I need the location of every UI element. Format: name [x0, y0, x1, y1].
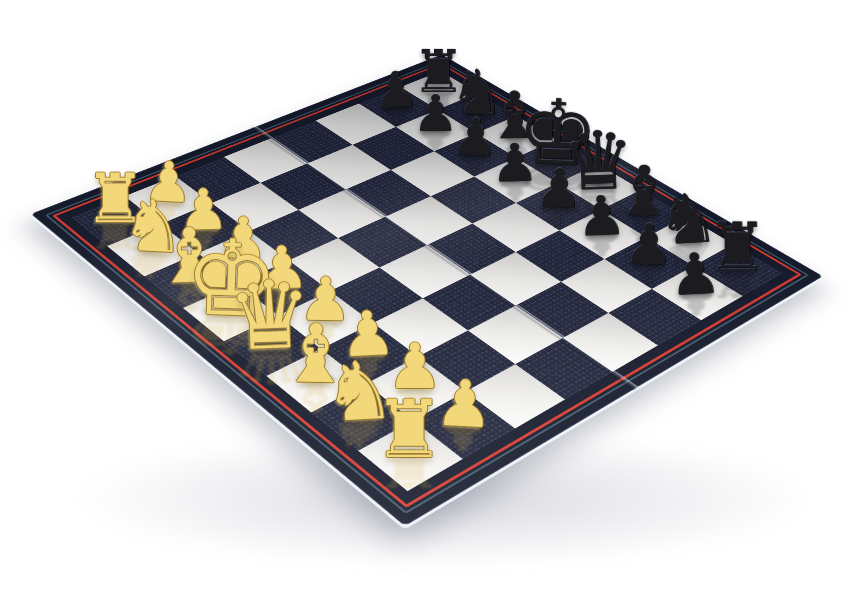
piece-white-rook-h1[interactable]: ♜ [374, 390, 446, 470]
piece-black-pawn-b7[interactable]: ♟ [412, 89, 457, 140]
pieces-layer: ♜♜♟♟♞♞♟♟♝♝♟♟♚♚♟♟♛♛♟♟♟♟♝♝♜♜♟♟♟♟♞♞♞♞♟♟♟♟♜♜… [0, 0, 850, 594]
piece-black-pawn-g7[interactable]: ♟ [623, 216, 674, 273]
piece-black-pawn-f7[interactable]: ♟ [576, 188, 627, 245]
piece-black-pawn-d7[interactable]: ♟ [491, 136, 539, 189]
piece-black-pawn-h7[interactable]: ♟ [668, 244, 722, 304]
photo-background: ♜♜♟♟♞♞♟♟♝♝♟♟♚♚♟♟♛♛♟♟♟♟♝♝♜♜♟♟♟♟♞♞♞♞♟♟♟♟♜♜… [0, 0, 850, 594]
